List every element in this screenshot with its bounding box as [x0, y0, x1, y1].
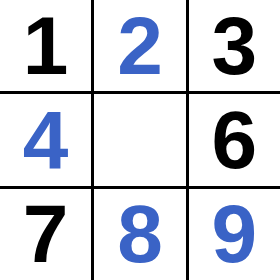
cell-r1c3[interactable]: 3	[189, 0, 280, 91]
sudoku-grid: 1 2 3 4 6 7 8 9	[0, 0, 280, 280]
cell-r1c2[interactable]: 2	[94, 0, 185, 91]
cell-r3c3[interactable]: 9	[189, 189, 280, 280]
cell-r3c2[interactable]: 8	[94, 189, 185, 280]
cell-r2c1[interactable]: 4	[0, 94, 91, 185]
cell-r3c1[interactable]: 7	[0, 189, 91, 280]
cell-r1c1[interactable]: 1	[0, 0, 91, 91]
sudoku-board: 1 2 3 4 6 7 8 9	[0, 0, 280, 280]
cell-r2c3[interactable]: 6	[189, 94, 280, 185]
cell-r2c2[interactable]	[94, 94, 185, 185]
